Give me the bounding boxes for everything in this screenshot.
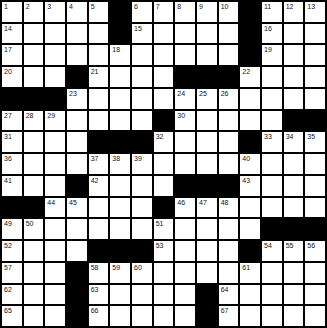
cell-r1c11[interactable]: 10: [219, 2, 239, 22]
clue-number: 21: [91, 67, 99, 76]
cell-r2c14[interactable]: [284, 24, 304, 44]
cell-r4c2[interactable]: [24, 67, 44, 87]
clue-number: 47: [199, 198, 207, 207]
cell-r5c7[interactable]: [132, 89, 152, 109]
cell-r5c15[interactable]: [305, 89, 325, 109]
cell-r2c2[interactable]: [24, 24, 44, 44]
cell-r13c6[interactable]: 59: [110, 263, 130, 283]
cell-r3c1[interactable]: 17: [2, 45, 22, 65]
cell-r3c3[interactable]: [45, 45, 65, 65]
cell-r8c8[interactable]: [154, 154, 174, 174]
cell-r13c7[interactable]: 60: [132, 263, 152, 283]
cell-r6c10[interactable]: [197, 111, 217, 131]
cell-r8c15[interactable]: [305, 154, 325, 174]
cell-r14c2[interactable]: [24, 285, 44, 305]
clue-number: 32: [156, 132, 164, 141]
clue-number: 6: [134, 2, 138, 11]
clue-number: 42: [91, 176, 99, 185]
cell-r12c6: [110, 241, 130, 261]
cell-r7c6: [110, 132, 130, 152]
cell-r4c10: [197, 67, 217, 87]
cell-r13c5[interactable]: 58: [89, 263, 109, 283]
clue-number: 19: [264, 45, 272, 54]
cell-r9c6[interactable]: [110, 176, 130, 196]
cell-r7c12: [240, 132, 260, 152]
cell-r5c8[interactable]: [154, 89, 174, 109]
cell-r15c10: [197, 306, 217, 326]
cell-r15c13[interactable]: [262, 306, 282, 326]
cell-r15c12[interactable]: [240, 306, 260, 326]
clue-number: 55: [286, 241, 294, 250]
clue-number: 13: [307, 2, 315, 11]
cell-r2c5[interactable]: [89, 24, 109, 44]
clue-number: 23: [69, 89, 77, 98]
clue-number: 36: [4, 154, 12, 163]
cell-r1c3[interactable]: 3: [45, 2, 65, 22]
cell-r1c14[interactable]: 12: [284, 2, 304, 22]
cell-r9c10: [197, 176, 217, 196]
cell-r7c11[interactable]: [219, 132, 239, 152]
clue-number: 66: [91, 306, 99, 315]
cell-r2c11[interactable]: [219, 24, 239, 44]
clue-number: 43: [242, 176, 250, 185]
clue-number: 56: [307, 241, 315, 250]
cell-r8c12[interactable]: 40: [240, 154, 260, 174]
cell-r6c3[interactable]: 29: [45, 111, 65, 131]
cell-r12c4[interactable]: [67, 241, 87, 261]
cell-r4c7[interactable]: [132, 67, 152, 87]
cell-r5c3: [45, 89, 65, 109]
cell-r11c11[interactable]: [219, 219, 239, 239]
clue-number: 46: [177, 198, 185, 207]
cell-r12c14[interactable]: 55: [284, 241, 304, 261]
cell-r6c5[interactable]: [89, 111, 109, 131]
cell-r3c6[interactable]: 18: [110, 45, 130, 65]
cell-r5c2: [24, 89, 44, 109]
cell-r2c3[interactable]: [45, 24, 65, 44]
cell-r13c1[interactable]: 57: [2, 263, 22, 283]
cell-r7c8[interactable]: 32: [154, 132, 174, 152]
cell-r6c12[interactable]: [240, 111, 260, 131]
clue-number: 61: [242, 263, 250, 272]
clue-number: 30: [177, 111, 185, 120]
cell-r12c12: [240, 241, 260, 261]
clue-number: 51: [156, 219, 164, 228]
cell-r1c15[interactable]: 13: [305, 2, 325, 22]
cell-r1c13[interactable]: 11: [262, 2, 282, 22]
cell-r6c13[interactable]: [262, 111, 282, 131]
cell-r10c4[interactable]: 45: [67, 198, 87, 218]
cell-r9c9: [175, 176, 195, 196]
cell-r1c6: [110, 2, 130, 22]
cell-r11c13: [262, 219, 282, 239]
cell-r11c14: [284, 219, 304, 239]
cell-r11c7[interactable]: [132, 219, 152, 239]
cell-r1c9[interactable]: 8: [175, 2, 195, 22]
cell-r1c10[interactable]: 9: [197, 2, 217, 22]
cell-r13c8[interactable]: [154, 263, 174, 283]
cell-r15c9[interactable]: [175, 306, 195, 326]
cell-r8c2[interactable]: [24, 154, 44, 174]
cell-r9c2[interactable]: [24, 176, 44, 196]
cell-r12c11[interactable]: [219, 241, 239, 261]
clue-number: 9: [199, 2, 203, 11]
cell-r12c3[interactable]: [45, 241, 65, 261]
cell-r11c4[interactable]: [67, 219, 87, 239]
cell-r14c6[interactable]: [110, 285, 130, 305]
cell-r11c15: [305, 219, 325, 239]
cell-r11c9[interactable]: [175, 219, 195, 239]
cell-r10c7[interactable]: [132, 198, 152, 218]
cell-r12c1[interactable]: 52: [2, 241, 22, 261]
cell-r15c7[interactable]: [132, 306, 152, 326]
cell-r8c14[interactable]: [284, 154, 304, 174]
cell-r3c4[interactable]: [67, 45, 87, 65]
clue-number: 14: [4, 24, 12, 33]
cell-r12c13[interactable]: 54: [262, 241, 282, 261]
cell-r2c4[interactable]: [67, 24, 87, 44]
clue-number: 3: [47, 2, 51, 11]
cell-r3c7[interactable]: [132, 45, 152, 65]
cell-r9c5[interactable]: 42: [89, 176, 109, 196]
cell-r6c7[interactable]: [132, 111, 152, 131]
cell-r12c2[interactable]: [24, 241, 44, 261]
clue-number: 26: [221, 89, 229, 98]
cell-r5c6[interactable]: [110, 89, 130, 109]
clue-number: 64: [221, 285, 229, 294]
clue-number: 24: [177, 89, 185, 98]
clue-number: 44: [47, 198, 55, 207]
clue-number: 29: [47, 111, 55, 120]
clue-number: 63: [91, 285, 99, 294]
cell-r5c11[interactable]: 26: [219, 89, 239, 109]
cell-r1c4[interactable]: 4: [67, 2, 87, 22]
cell-r5c9[interactable]: 24: [175, 89, 195, 109]
cell-r9c4: [67, 176, 87, 196]
cell-r7c3[interactable]: [45, 132, 65, 152]
cell-r5c1: [2, 89, 22, 109]
cell-r6c8: [154, 111, 174, 131]
clue-number: 8: [177, 2, 181, 11]
cell-r13c14[interactable]: [284, 263, 304, 283]
cell-r7c10[interactable]: [197, 132, 217, 152]
cell-r8c11[interactable]: [219, 154, 239, 174]
clue-number: 4: [69, 2, 73, 11]
cell-r10c14[interactable]: [284, 198, 304, 218]
cell-r10c9[interactable]: 46: [175, 198, 195, 218]
cell-r4c6[interactable]: [110, 67, 130, 87]
cell-r15c4: [67, 306, 87, 326]
clue-number: 22: [242, 67, 250, 76]
cell-r3c15[interactable]: [305, 45, 325, 65]
clue-number: 49: [4, 219, 12, 228]
cell-r10c5[interactable]: [89, 198, 109, 218]
cell-r13c3[interactable]: [45, 263, 65, 283]
cell-r1c1[interactable]: 1: [2, 2, 22, 22]
cell-r14c9[interactable]: [175, 285, 195, 305]
cell-r10c13[interactable]: [262, 198, 282, 218]
clue-number: 62: [4, 285, 12, 294]
clue-number: 17: [4, 45, 12, 54]
clue-number: 28: [26, 111, 34, 120]
cell-r14c7[interactable]: [132, 285, 152, 305]
cell-r8c10[interactable]: [197, 154, 217, 174]
cell-r9c3[interactable]: [45, 176, 65, 196]
clue-number: 57: [4, 263, 12, 272]
cell-r9c13[interactable]: [262, 176, 282, 196]
cell-r3c13[interactable]: 19: [262, 45, 282, 65]
cell-r9c8[interactable]: [154, 176, 174, 196]
cell-r6c1[interactable]: 27: [2, 111, 22, 131]
cell-r10c6[interactable]: [110, 198, 130, 218]
cell-r11c6[interactable]: [110, 219, 130, 239]
cell-r8c1[interactable]: 36: [2, 154, 22, 174]
cell-r7c13[interactable]: 33: [262, 132, 282, 152]
cell-r15c5[interactable]: 66: [89, 306, 109, 326]
clue-number: 27: [4, 111, 12, 120]
cell-r14c14[interactable]: [284, 285, 304, 305]
cell-r7c9[interactable]: [175, 132, 195, 152]
cell-r10c11[interactable]: 48: [219, 198, 239, 218]
cell-r8c3[interactable]: [45, 154, 65, 174]
cell-r15c8[interactable]: [154, 306, 174, 326]
cell-r4c5[interactable]: 21: [89, 67, 109, 87]
clue-number: 60: [134, 263, 142, 272]
cell-r12c8[interactable]: 53: [154, 241, 174, 261]
cell-r5c12[interactable]: [240, 89, 260, 109]
cell-r4c12[interactable]: 22: [240, 67, 260, 87]
cell-r2c15[interactable]: [305, 24, 325, 44]
clue-number: 48: [221, 198, 229, 207]
cell-r3c10[interactable]: [197, 45, 217, 65]
cell-r6c11[interactable]: [219, 111, 239, 131]
cell-r12c5: [89, 241, 109, 261]
clue-number: 38: [112, 154, 120, 163]
cell-r5c10[interactable]: 25: [197, 89, 217, 109]
cell-r13c15[interactable]: [305, 263, 325, 283]
clue-number: 1: [4, 2, 8, 11]
cell-r1c5[interactable]: 5: [89, 2, 109, 22]
cell-r7c14[interactable]: 34: [284, 132, 304, 152]
clue-number: 52: [4, 241, 12, 250]
clue-number: 2: [26, 2, 30, 11]
cell-r13c12[interactable]: 61: [240, 263, 260, 283]
cell-r14c3[interactable]: [45, 285, 65, 305]
clue-number: 16: [264, 24, 272, 33]
cell-r15c3[interactable]: [45, 306, 65, 326]
clue-number: 7: [156, 2, 160, 11]
clue-number: 12: [286, 2, 294, 11]
cell-r15c6[interactable]: [110, 306, 130, 326]
cell-r2c7[interactable]: 15: [132, 24, 152, 44]
clue-number: 65: [4, 306, 12, 315]
clue-number: 18: [112, 45, 120, 54]
cell-r3c12: [240, 45, 260, 65]
cell-r10c8: [154, 198, 174, 218]
cell-r11c5[interactable]: [89, 219, 109, 239]
cell-r6c6[interactable]: [110, 111, 130, 131]
cell-r14c10: [197, 285, 217, 305]
cell-r2c8[interactable]: [154, 24, 174, 44]
cell-r9c11: [219, 176, 239, 196]
cell-r5c5[interactable]: [89, 89, 109, 109]
cell-r11c10[interactable]: [197, 219, 217, 239]
clue-number: 37: [91, 154, 99, 163]
cell-r4c11: [219, 67, 239, 87]
cell-r9c1[interactable]: 41: [2, 176, 22, 196]
cell-r13c13[interactable]: [262, 263, 282, 283]
clue-number: 41: [4, 176, 12, 185]
cell-r5c13[interactable]: [262, 89, 282, 109]
cell-r2c9[interactable]: [175, 24, 195, 44]
clue-number: 54: [264, 241, 272, 250]
cell-r2c1[interactable]: 14: [2, 24, 22, 44]
cell-r6c2[interactable]: 28: [24, 111, 44, 131]
cell-r5c4[interactable]: 23: [67, 89, 87, 109]
cell-r1c12: [240, 2, 260, 22]
cell-r7c4[interactable]: [67, 132, 87, 152]
cell-r7c2[interactable]: [24, 132, 44, 152]
clue-number: 67: [221, 306, 229, 315]
cell-r7c7: [132, 132, 152, 152]
cell-r5c14[interactable]: [284, 89, 304, 109]
cell-r15c14[interactable]: [284, 306, 304, 326]
cell-r8c9[interactable]: [175, 154, 195, 174]
cell-r9c7[interactable]: [132, 176, 152, 196]
cell-r10c15[interactable]: [305, 198, 325, 218]
cell-r10c1: [2, 198, 22, 218]
cell-r8c7[interactable]: 39: [132, 154, 152, 174]
clue-number: 58: [91, 263, 99, 272]
clue-number: 45: [69, 198, 77, 207]
cell-r11c12[interactable]: [240, 219, 260, 239]
cell-r1c7[interactable]: 6: [132, 2, 152, 22]
cell-r7c1[interactable]: 31: [2, 132, 22, 152]
cell-r14c15[interactable]: [305, 285, 325, 305]
cell-r15c1[interactable]: 65: [2, 306, 22, 326]
cell-r4c4: [67, 67, 87, 87]
cell-r4c9: [175, 67, 195, 87]
cell-r2c10[interactable]: [197, 24, 217, 44]
clue-number: 35: [307, 132, 315, 141]
cell-r4c13[interactable]: [262, 67, 282, 87]
cell-r15c2[interactable]: [24, 306, 44, 326]
crossword-grid: 1234567891011121314151617181920212223242…: [0, 0, 327, 328]
cell-r9c15[interactable]: [305, 176, 325, 196]
clue-number: 5: [91, 2, 95, 11]
clue-number: 25: [199, 89, 207, 98]
cell-r12c10[interactable]: [197, 241, 217, 261]
cell-r3c11[interactable]: [219, 45, 239, 65]
clue-number: 15: [134, 24, 142, 33]
cell-r12c9[interactable]: [175, 241, 195, 261]
cell-r13c9[interactable]: [175, 263, 195, 283]
cell-r14c1[interactable]: 62: [2, 285, 22, 305]
clue-number: 10: [221, 2, 229, 11]
cell-r11c1[interactable]: 49: [2, 219, 22, 239]
clue-number: 59: [112, 263, 120, 272]
cell-r2c6: [110, 24, 130, 44]
cell-r10c12[interactable]: [240, 198, 260, 218]
clue-number: 11: [264, 2, 271, 11]
clue-number: 20: [4, 67, 12, 76]
cell-r13c4: [67, 263, 87, 283]
cell-r6c9[interactable]: 30: [175, 111, 195, 131]
cell-r15c11[interactable]: 67: [219, 306, 239, 326]
clue-number: 40: [242, 154, 250, 163]
cell-r13c11[interactable]: [219, 263, 239, 283]
cell-r14c13[interactable]: [262, 285, 282, 305]
cell-r11c2[interactable]: 50: [24, 219, 44, 239]
cell-r7c15[interactable]: 35: [305, 132, 325, 152]
cell-r1c8[interactable]: 7: [154, 2, 174, 22]
cell-r10c2: [24, 198, 44, 218]
cell-r4c15[interactable]: [305, 67, 325, 87]
cell-r4c3[interactable]: [45, 67, 65, 87]
cell-r3c5[interactable]: [89, 45, 109, 65]
cell-r13c2[interactable]: [24, 263, 44, 283]
cell-r10c3[interactable]: 44: [45, 198, 65, 218]
cell-r9c12[interactable]: 43: [240, 176, 260, 196]
clue-number: 39: [134, 154, 142, 163]
cell-r12c15[interactable]: 56: [305, 241, 325, 261]
cell-r4c8[interactable]: [154, 67, 174, 87]
cell-r15c15[interactable]: [305, 306, 325, 326]
cell-r14c12[interactable]: [240, 285, 260, 305]
cell-r12c7: [132, 241, 152, 261]
cell-r8c5[interactable]: 37: [89, 154, 109, 174]
cell-r14c11[interactable]: 64: [219, 285, 239, 305]
cell-r8c4[interactable]: [67, 154, 87, 174]
cell-r13c10[interactable]: [197, 263, 217, 283]
cell-r7c5: [89, 132, 109, 152]
cell-r3c2[interactable]: [24, 45, 44, 65]
cell-r2c12: [240, 24, 260, 44]
cell-r9c14[interactable]: [284, 176, 304, 196]
cell-r6c14: [284, 111, 304, 131]
cell-r14c4: [67, 285, 87, 305]
cell-r11c3[interactable]: [45, 219, 65, 239]
cell-r6c4[interactable]: [67, 111, 87, 131]
cell-r14c8[interactable]: [154, 285, 174, 305]
cell-r8c13[interactable]: [262, 154, 282, 174]
clue-number: 34: [286, 132, 294, 141]
cell-r11c8[interactable]: 51: [154, 219, 174, 239]
cell-r4c1[interactable]: 20: [2, 67, 22, 87]
clue-number: 33: [264, 132, 272, 141]
cell-r3c8[interactable]: [154, 45, 174, 65]
cell-r3c9[interactable]: [175, 45, 195, 65]
cell-r4c14[interactable]: [284, 67, 304, 87]
cell-r1c2[interactable]: 2: [24, 2, 44, 22]
cell-r6c15: [305, 111, 325, 131]
cell-r14c5[interactable]: 63: [89, 285, 109, 305]
clue-number: 31: [4, 132, 12, 141]
cell-r8c6[interactable]: 38: [110, 154, 130, 174]
cell-r3c14[interactable]: [284, 45, 304, 65]
clue-number: 53: [156, 241, 164, 250]
cell-r2c13[interactable]: 16: [262, 24, 282, 44]
cell-r10c10[interactable]: 47: [197, 198, 217, 218]
clue-number: 50: [26, 219, 34, 228]
